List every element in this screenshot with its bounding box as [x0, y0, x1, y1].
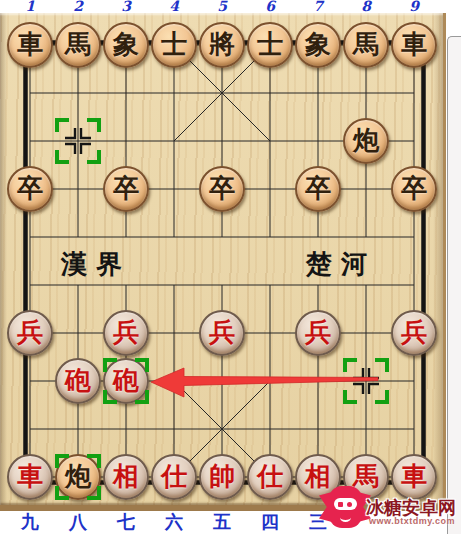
piece-glyph: 車: [17, 32, 43, 58]
piece-black-卒[interactable]: 卒: [103, 166, 149, 212]
piece-black-炮[interactable]: 炮: [343, 118, 389, 164]
piece-glyph: 馬: [65, 32, 91, 58]
piece-black-卒[interactable]: 卒: [295, 166, 341, 212]
piece-glyph: 士: [161, 32, 187, 58]
piece-red-砲[interactable]: 砲: [103, 358, 149, 404]
piece-black-卒[interactable]: 卒: [7, 166, 53, 212]
gamepad-button: [347, 502, 352, 507]
piece-black-象[interactable]: 象: [295, 22, 341, 68]
candy-body: [329, 486, 362, 528]
piece-glyph: 砲: [65, 368, 91, 394]
piece-glyph: 相: [113, 464, 139, 490]
piece-black-馬[interactable]: 馬: [343, 22, 389, 68]
piece-red-帥[interactable]: 帥: [199, 454, 245, 500]
top-file-labels: 123456789: [0, 0, 461, 13]
top-file-label: 8: [350, 0, 382, 14]
side-panel-edge: [447, 36, 461, 534]
board-grid[interactable]: 車馬象士將士象馬車炮卒卒卒卒卒兵兵兵兵兵砲砲車炮相仕帥仕相馬車: [6, 21, 438, 501]
top-file-label: 3: [110, 0, 142, 14]
piece-black-將[interactable]: 將: [199, 22, 245, 68]
piece-black-車[interactable]: 車: [391, 22, 437, 68]
watermark: 冰糖安卓网 www.btxtdmy.com: [318, 480, 461, 534]
piece-red-兵[interactable]: 兵: [295, 310, 341, 356]
top-file-label: 5: [206, 0, 238, 14]
piece-black-士[interactable]: 士: [247, 22, 293, 68]
piece-glyph: 仕: [257, 464, 283, 490]
bottom-file-label: 四: [252, 510, 288, 534]
candy-gamepad-icon: [322, 484, 368, 530]
piece-red-仕[interactable]: 仕: [151, 454, 197, 500]
piece-black-卒[interactable]: 卒: [391, 166, 437, 212]
gamepad-dpad: [338, 502, 343, 507]
piece-glyph: 兵: [305, 320, 331, 346]
xiangqi-app-screen: 123456789 漢界 楚河 車馬象士將士象馬車炮卒卒卒卒卒兵兵兵兵兵砲砲車炮…: [0, 0, 461, 534]
piece-glyph: 卒: [401, 176, 427, 202]
piece-red-兵[interactable]: 兵: [199, 310, 245, 356]
piece-black-炮[interactable]: 炮: [55, 454, 101, 500]
top-file-label: 9: [398, 0, 430, 14]
move-origin-marker: [343, 358, 389, 404]
piece-glyph: 士: [257, 32, 283, 58]
piece-glyph: 卒: [17, 176, 43, 202]
piece-glyph: 砲: [113, 368, 139, 394]
piece-glyph: 卒: [305, 176, 331, 202]
piece-glyph: 卒: [113, 176, 139, 202]
piece-red-仕[interactable]: 仕: [247, 454, 293, 500]
piece-black-車[interactable]: 車: [7, 22, 53, 68]
piece-glyph: 象: [113, 32, 139, 58]
piece-glyph: 將: [209, 32, 235, 58]
top-file-label: 1: [14, 0, 46, 14]
top-file-label: 6: [254, 0, 286, 14]
piece-red-兵[interactable]: 兵: [391, 310, 437, 356]
piece-black-馬[interactable]: 馬: [55, 22, 101, 68]
piece-red-兵[interactable]: 兵: [103, 310, 149, 356]
piece-red-兵[interactable]: 兵: [7, 310, 53, 356]
piece-glyph: 仕: [161, 464, 187, 490]
piece-glyph: 卒: [209, 176, 235, 202]
bottom-file-label: 五: [204, 510, 240, 534]
top-file-label: 2: [62, 0, 94, 14]
bottom-file-label: 七: [108, 510, 144, 534]
piece-glyph: 象: [305, 32, 331, 58]
top-file-label: 4: [158, 0, 190, 14]
piece-black-象[interactable]: 象: [103, 22, 149, 68]
bottom-file-label: 八: [60, 510, 96, 534]
gamepad-visor: [334, 498, 357, 510]
smile: [340, 513, 351, 522]
piece-red-相[interactable]: 相: [103, 454, 149, 500]
piece-red-砲[interactable]: 砲: [55, 358, 101, 404]
piece-glyph: 炮: [65, 464, 91, 490]
piece-glyph: 炮: [353, 128, 379, 154]
watermark-url: www.btxtdmy.com: [369, 516, 455, 526]
piece-red-車[interactable]: 車: [7, 454, 53, 500]
bottom-file-label: 六: [156, 510, 192, 534]
piece-glyph: 車: [17, 464, 43, 490]
piece-glyph: 馬: [353, 32, 379, 58]
piece-glyph: 兵: [401, 320, 427, 346]
top-file-label: 7: [302, 0, 334, 14]
piece-glyph: 帥: [209, 464, 235, 490]
piece-black-士[interactable]: 士: [151, 22, 197, 68]
piece-glyph: 兵: [17, 320, 43, 346]
move-origin-marker: [55, 118, 101, 164]
piece-black-卒[interactable]: 卒: [199, 166, 245, 212]
piece-glyph: 兵: [209, 320, 235, 346]
bottom-file-label: 九: [12, 510, 48, 534]
piece-glyph: 車: [401, 32, 427, 58]
piece-glyph: 兵: [113, 320, 139, 346]
